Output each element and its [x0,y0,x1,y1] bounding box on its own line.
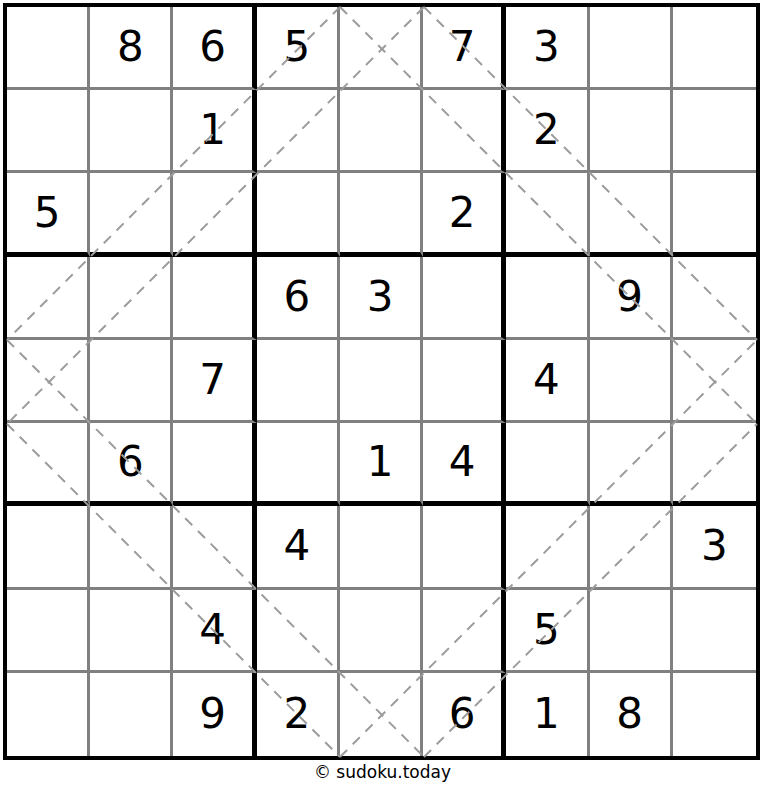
given-digit: 4 [449,441,476,483]
cell-r5c5[interactable] [340,340,423,423]
cell-r5c1[interactable] [7,340,90,423]
cell-r8c8[interactable] [590,590,673,673]
cell-r4c6[interactable] [423,257,506,340]
given-digit: 2 [449,192,476,234]
cell-r1c3[interactable]: 6 [173,7,256,90]
given-digit: 1 [533,693,560,735]
cell-r5c7[interactable]: 4 [506,340,589,423]
cell-r9c7[interactable]: 1 [506,673,589,756]
cell-r8c1[interactable] [7,590,90,673]
cell-r5c2[interactable] [90,340,173,423]
cell-r2c1[interactable] [7,90,90,173]
cell-r8c3[interactable]: 4 [173,590,256,673]
cell-r6c7[interactable] [506,423,589,506]
cell-r1c6[interactable]: 7 [423,7,506,90]
cell-r2c9[interactable] [673,90,756,173]
cell-r8c6[interactable] [423,590,506,673]
given-digit: 5 [533,609,560,651]
cell-r4c7[interactable] [506,257,589,340]
cell-r6c8[interactable] [590,423,673,506]
cell-r4c9[interactable] [673,257,756,340]
cell-r4c4[interactable]: 6 [257,257,340,340]
given-digit: 8 [117,26,144,68]
given-digit: 3 [367,276,394,318]
cell-r8c5[interactable] [340,590,423,673]
cell-r8c9[interactable] [673,590,756,673]
cell-r4c8[interactable]: 9 [590,257,673,340]
given-digit: 6 [199,26,226,68]
cell-r9c3[interactable]: 9 [173,673,256,756]
cell-r8c2[interactable] [90,590,173,673]
cell-r5c8[interactable] [590,340,673,423]
given-digit: 5 [34,192,61,234]
cell-r9c8[interactable]: 8 [590,673,673,756]
cell-r3c3[interactable] [173,173,256,256]
cell-r8c7[interactable]: 5 [506,590,589,673]
cell-r1c4[interactable]: 5 [257,7,340,90]
cell-r3c1[interactable]: 5 [7,173,90,256]
cell-r7c4[interactable]: 4 [257,506,340,589]
cell-r8c4[interactable] [257,590,340,673]
cell-r7c6[interactable] [423,506,506,589]
given-digit: 1 [199,109,226,151]
cell-r9c4[interactable]: 2 [257,673,340,756]
cell-r4c2[interactable] [90,257,173,340]
cell-r3c8[interactable] [590,173,673,256]
cell-r2c7[interactable]: 2 [506,90,589,173]
cell-r3c7[interactable] [506,173,589,256]
cell-r9c6[interactable]: 6 [423,673,506,756]
cell-r7c2[interactable] [90,506,173,589]
given-digit: 5 [283,26,310,68]
cell-r9c1[interactable] [7,673,90,756]
cell-r6c6[interactable]: 4 [423,423,506,506]
cell-r9c2[interactable] [90,673,173,756]
cell-r7c8[interactable] [590,506,673,589]
cell-r5c4[interactable] [257,340,340,423]
sudoku-board: 86573125263974614434592618 [3,3,760,760]
given-digit: 3 [533,26,560,68]
cell-r6c1[interactable] [7,423,90,506]
cell-r7c7[interactable] [506,506,589,589]
cell-r5c9[interactable] [673,340,756,423]
given-digit: 6 [117,441,144,483]
cell-r7c9[interactable]: 3 [673,506,756,589]
cell-r3c5[interactable] [340,173,423,256]
cell-r7c5[interactable] [340,506,423,589]
cell-r2c6[interactable] [423,90,506,173]
cell-r3c2[interactable] [90,173,173,256]
cell-r1c1[interactable] [7,7,90,90]
cell-r1c9[interactable] [673,7,756,90]
cell-r7c1[interactable] [7,506,90,589]
given-digit: 2 [283,693,310,735]
given-digit: 6 [283,276,310,318]
cell-r6c4[interactable] [257,423,340,506]
cell-r6c3[interactable] [173,423,256,506]
given-digit: 8 [616,693,643,735]
cell-r2c5[interactable] [340,90,423,173]
given-digit: 1 [367,441,394,483]
cell-r5c6[interactable] [423,340,506,423]
cell-r2c2[interactable] [90,90,173,173]
cell-r4c3[interactable] [173,257,256,340]
cell-r6c5[interactable]: 1 [340,423,423,506]
given-digit: 7 [199,359,226,401]
cell-r7c3[interactable] [173,506,256,589]
cell-r2c8[interactable] [590,90,673,173]
cell-r5c3[interactable]: 7 [173,340,256,423]
cell-r9c5[interactable] [340,673,423,756]
given-digit: 4 [533,359,560,401]
given-digit: 9 [199,693,226,735]
cell-r6c9[interactable] [673,423,756,506]
given-digit: 4 [199,609,226,651]
cell-r1c5[interactable] [340,7,423,90]
cell-r1c7[interactable]: 3 [506,7,589,90]
given-digit: 3 [701,525,728,567]
given-digit: 4 [283,525,310,567]
cell-r4c5[interactable]: 3 [340,257,423,340]
cell-r3c6[interactable]: 2 [423,173,506,256]
footer-credit: © sudoku.today [0,762,765,782]
cell-r2c3[interactable]: 1 [173,90,256,173]
cell-r1c2[interactable]: 8 [90,7,173,90]
given-digit: 6 [449,693,476,735]
cell-r6c2[interactable]: 6 [90,423,173,506]
cell-r3c4[interactable] [257,173,340,256]
cell-r1c8[interactable] [590,7,673,90]
given-digit: 2 [533,109,560,151]
sudoku-page: 86573125263974614434592618 © sudoku.toda… [0,0,765,785]
cell-r2c4[interactable] [257,90,340,173]
given-digit: 9 [616,276,643,318]
cell-r3c9[interactable] [673,173,756,256]
given-digit: 7 [449,26,476,68]
cell-r9c9[interactable] [673,673,756,756]
cell-r4c1[interactable] [7,257,90,340]
